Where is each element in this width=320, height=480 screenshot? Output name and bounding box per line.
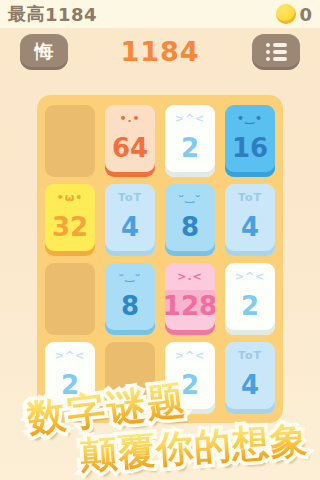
tile-number: 4: [241, 205, 259, 256]
coin-count: 0: [299, 4, 312, 25]
tile-number: 2: [181, 126, 199, 177]
tile-128: >.<128: [165, 263, 215, 335]
header: 悔 1184: [0, 28, 320, 78]
slogan-line-2: 颠覆你的想象颠覆你的想象: [79, 415, 310, 480]
tile-face-icon: ToT: [238, 191, 262, 205]
tile-16: •‿•16: [225, 105, 275, 177]
tile-number: 64: [112, 126, 148, 177]
game-screen: 最高1184 0 悔 1184 •.•64>^<2•‿•16•ω•32ToT4ᵕ…: [0, 0, 320, 480]
tile-number: 8: [121, 284, 139, 335]
tile-number: 2: [61, 363, 79, 414]
best-score: 最高1184: [8, 2, 97, 26]
coin-icon: [276, 4, 296, 24]
tile-4: ToT4: [105, 184, 155, 256]
tile-number: 4: [121, 205, 139, 256]
empty-cell: [45, 263, 95, 335]
tile-2: >^<2: [225, 263, 275, 335]
tile-8: ᵕ‿ᵕ8: [165, 184, 215, 256]
best-score-label: 最高: [8, 2, 45, 26]
tile-number: 2: [181, 363, 199, 414]
tile-2: >^<2: [45, 342, 95, 414]
best-score-value: 1184: [45, 4, 97, 25]
tile-32: •ω•32: [45, 184, 95, 256]
tile-face-icon: •‿•: [237, 112, 263, 126]
tile-face-icon: ᵕ‿ᵕ: [179, 191, 202, 205]
tile-4: ToT4: [225, 342, 275, 414]
menu-button[interactable]: [252, 34, 300, 70]
tile-2: >^<2: [165, 342, 215, 414]
tile-number: 128: [165, 284, 215, 335]
tile-2: >^<2: [165, 105, 215, 177]
tile-64: •.•64: [105, 105, 155, 177]
tile-face-icon: >.<: [177, 270, 203, 284]
tile-number: 16: [232, 126, 268, 177]
tile-face-icon: ᵕ‿ᵕ: [119, 270, 142, 284]
coin-counter: 0: [276, 4, 312, 25]
tile-number: 8: [181, 205, 199, 256]
best-score-bar: 最高1184 0: [0, 0, 320, 28]
tile-face-icon: >^<: [175, 112, 206, 126]
menu-list-icon: [266, 43, 287, 61]
tile-number: 4: [241, 363, 259, 414]
tile-number: 2: [241, 284, 259, 335]
tile-face-icon: ToT: [238, 349, 262, 363]
tile-face-icon: >^<: [55, 349, 86, 363]
tile-face-icon: •ω•: [57, 191, 84, 205]
game-board[interactable]: •.•64>^<2•‿•16•ω•32ToT4ᵕ‿ᵕ8ToT4ᵕ‿ᵕ8>.<12…: [37, 95, 283, 423]
tile-number: 32: [52, 205, 88, 256]
tile-face-icon: >^<: [175, 349, 206, 363]
tile-8: ᵕ‿ᵕ8: [105, 263, 155, 335]
tile-face-icon: •.•: [119, 112, 140, 126]
tile-4: ToT4: [225, 184, 275, 256]
tile-face-icon: ToT: [118, 191, 142, 205]
empty-cell: [45, 105, 95, 177]
empty-cell: [105, 342, 155, 414]
tile-face-icon: >^<: [235, 270, 266, 284]
